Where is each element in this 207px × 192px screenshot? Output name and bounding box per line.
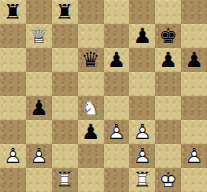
white-pawn-outline: ♙ — [181, 144, 207, 168]
square-f8[interactable] — [129, 0, 155, 24]
black-king[interactable]: ♚ — [155, 24, 181, 48]
white-pawn[interactable]: ♟♙ — [0, 144, 26, 168]
square-e8[interactable] — [104, 0, 130, 24]
square-e4[interactable] — [104, 96, 130, 120]
black-king-glyph: ♚ — [155, 24, 181, 48]
square-g8[interactable] — [155, 0, 181, 24]
black-pawn[interactable]: ♟ — [155, 48, 181, 72]
square-d4[interactable]: ♞♘ — [78, 96, 104, 120]
square-d6[interactable]: ♛ — [78, 48, 104, 72]
square-g5[interactable] — [155, 72, 181, 96]
white-pawn-outline: ♙ — [26, 144, 52, 168]
square-f6[interactable] — [129, 48, 155, 72]
square-d7[interactable] — [78, 24, 104, 48]
black-rook[interactable]: ♜ — [52, 0, 78, 24]
square-c1[interactable]: ♜♖ — [52, 168, 78, 192]
square-a6[interactable] — [0, 48, 26, 72]
square-f3[interactable]: ♟♙ — [129, 120, 155, 144]
square-g1[interactable]: ♚♔ — [155, 168, 181, 192]
square-f4[interactable] — [129, 96, 155, 120]
square-b1[interactable] — [26, 168, 52, 192]
white-queen-outline: ♕ — [26, 24, 52, 48]
square-b6[interactable] — [26, 48, 52, 72]
square-a4[interactable] — [0, 96, 26, 120]
square-c7[interactable] — [52, 24, 78, 48]
square-a8[interactable]: ♜ — [0, 0, 26, 24]
white-knight-outline: ♘ — [78, 96, 104, 120]
white-rook-outline: ♖ — [52, 168, 78, 192]
square-c4[interactable] — [52, 96, 78, 120]
square-h4[interactable] — [181, 96, 207, 120]
black-pawn-glyph: ♟ — [78, 120, 104, 144]
square-b4[interactable]: ♟ — [26, 96, 52, 120]
square-h2[interactable]: ♟♙ — [181, 144, 207, 168]
black-pawn-glyph: ♟ — [155, 48, 181, 72]
square-h3[interactable] — [181, 120, 207, 144]
square-b5[interactable] — [26, 72, 52, 96]
square-e5[interactable] — [104, 72, 130, 96]
square-b7[interactable]: ♛♕ — [26, 24, 52, 48]
black-rook-glyph: ♜ — [0, 0, 26, 24]
square-c6[interactable] — [52, 48, 78, 72]
white-pawn[interactable]: ♟♙ — [129, 144, 155, 168]
white-rook[interactable]: ♜♖ — [52, 168, 78, 192]
square-g7[interactable]: ♚ — [155, 24, 181, 48]
white-knight[interactable]: ♞♘ — [78, 96, 104, 120]
square-b8[interactable] — [26, 0, 52, 24]
square-e7[interactable] — [104, 24, 130, 48]
white-pawn[interactable]: ♟♙ — [26, 144, 52, 168]
square-b3[interactable] — [26, 120, 52, 144]
square-a1[interactable] — [0, 168, 26, 192]
square-d1[interactable] — [78, 168, 104, 192]
black-pawn[interactable]: ♟ — [26, 96, 52, 120]
white-pawn[interactable]: ♟♙ — [181, 144, 207, 168]
square-e3[interactable]: ♟♙ — [104, 120, 130, 144]
square-c5[interactable] — [52, 72, 78, 96]
white-king-outline: ♔ — [155, 168, 181, 192]
square-g2[interactable] — [155, 144, 181, 168]
chess-board: ♜♜♛♕♟♚♛♟♟♟♟♞♘♟♟♙♟♙♟♙♟♙♟♙♟♙♜♖♜♖♚♔ — [0, 0, 207, 192]
square-a7[interactable] — [0, 24, 26, 48]
square-g6[interactable]: ♟ — [155, 48, 181, 72]
square-f5[interactable] — [129, 72, 155, 96]
square-a5[interactable] — [0, 72, 26, 96]
white-pawn-outline: ♙ — [129, 120, 155, 144]
black-pawn[interactable]: ♟ — [78, 120, 104, 144]
square-h5[interactable] — [181, 72, 207, 96]
square-e1[interactable] — [104, 168, 130, 192]
square-f2[interactable]: ♟♙ — [129, 144, 155, 168]
square-d8[interactable] — [78, 0, 104, 24]
black-pawn[interactable]: ♟ — [129, 24, 155, 48]
square-h8[interactable] — [181, 0, 207, 24]
white-pawn-outline: ♙ — [104, 120, 130, 144]
square-a3[interactable] — [0, 120, 26, 144]
square-h7[interactable] — [181, 24, 207, 48]
black-pawn-glyph: ♟ — [181, 48, 207, 72]
black-pawn-glyph: ♟ — [104, 48, 130, 72]
square-h6[interactable]: ♟ — [181, 48, 207, 72]
square-a2[interactable]: ♟♙ — [0, 144, 26, 168]
square-e2[interactable] — [104, 144, 130, 168]
white-pawn-outline: ♙ — [129, 144, 155, 168]
square-e6[interactable]: ♟ — [104, 48, 130, 72]
square-h1[interactable] — [181, 168, 207, 192]
square-c3[interactable] — [52, 120, 78, 144]
white-pawn-outline: ♙ — [0, 144, 26, 168]
black-queen-glyph: ♛ — [78, 48, 104, 72]
square-c8[interactable]: ♜ — [52, 0, 78, 24]
square-f7[interactable]: ♟ — [129, 24, 155, 48]
square-g3[interactable] — [155, 120, 181, 144]
black-rook[interactable]: ♜ — [0, 0, 26, 24]
square-d3[interactable]: ♟ — [78, 120, 104, 144]
black-pawn-glyph: ♟ — [129, 24, 155, 48]
square-c2[interactable] — [52, 144, 78, 168]
black-pawn[interactable]: ♟ — [104, 48, 130, 72]
square-b2[interactable]: ♟♙ — [26, 144, 52, 168]
black-pawn[interactable]: ♟ — [181, 48, 207, 72]
white-pawn[interactable]: ♟♙ — [104, 120, 130, 144]
square-f1[interactable]: ♜♖ — [129, 168, 155, 192]
white-rook-outline: ♖ — [129, 168, 155, 192]
white-rook[interactable]: ♜♖ — [129, 168, 155, 192]
white-pawn[interactable]: ♟♙ — [129, 120, 155, 144]
black-pawn-glyph: ♟ — [26, 96, 52, 120]
white-queen[interactable]: ♛♕ — [26, 24, 52, 48]
square-g4[interactable] — [155, 96, 181, 120]
black-queen[interactable]: ♛ — [78, 48, 104, 72]
white-king[interactable]: ♚♔ — [155, 168, 181, 192]
black-rook-glyph: ♜ — [52, 0, 78, 24]
square-d2[interactable] — [78, 144, 104, 168]
square-d5[interactable] — [78, 72, 104, 96]
